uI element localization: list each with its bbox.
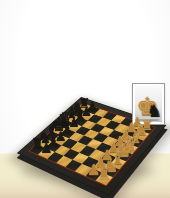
inset-black-knight-piece: ♞	[147, 103, 162, 120]
inset-thumbnail[interactable]: ♚ ♞	[132, 83, 165, 125]
inset-ground-shadow	[137, 119, 160, 121]
chess-set-product-photo[interactable]: ♜♟♞♟♝♟♛♟♟♜♚♟♟♞♝♟♟♝♞♟♟♛♜♟♟♚♟♝♟♞♟♜ ♚ ♞	[0, 0, 170, 198]
inset-background: ♚ ♞	[135, 86, 162, 122]
